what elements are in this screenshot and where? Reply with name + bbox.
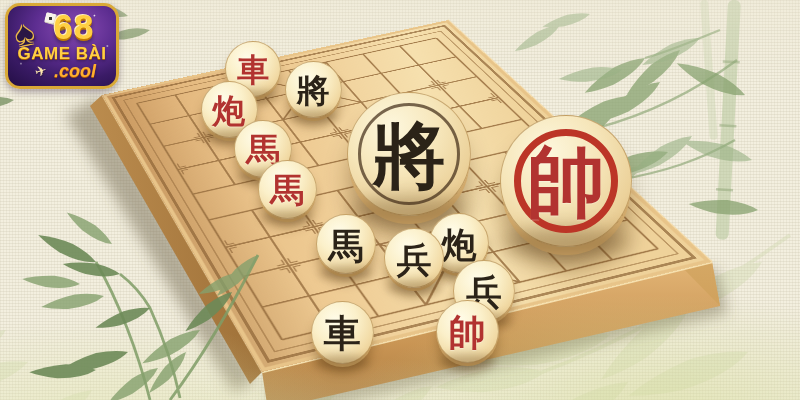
piece-glyph: 馬 (270, 173, 304, 207)
piece-featured-red-general[interactable]: 帥 (500, 115, 632, 247)
piece-black-general[interactable]: 將 (285, 61, 342, 118)
brand-number: 68 (32, 7, 116, 47)
paper-plane-icon: ✈ (33, 62, 49, 81)
piece-featured-black-general[interactable]: 將 (347, 92, 471, 216)
piece-glyph: 車 (324, 315, 361, 352)
piece-black-chariot[interactable]: 車 (311, 301, 374, 364)
piece-glyph: 炮 (213, 94, 246, 127)
piece-glyph: 將 (373, 119, 446, 192)
piece-glyph: 帥 (449, 314, 486, 351)
piece-glyph: 將 (297, 74, 330, 107)
piece-glyph: 帥 (527, 143, 605, 221)
pieces-layer: 車將炮馬馬馬兵炮兵車帥將帥 (0, 0, 800, 400)
brand-logo[interactable]: ♠ 68 GAME BÀI ✈ .cool (5, 3, 119, 89)
piece-black-horse[interactable]: 馬 (316, 214, 376, 274)
piece-glyph: 炮 (442, 227, 477, 262)
piece-black-soldier[interactable]: 兵 (384, 228, 444, 288)
piece-red-general[interactable]: 帥 (436, 300, 499, 363)
piece-glyph: 馬 (329, 228, 364, 263)
brand-suffix: .cool (54, 61, 96, 82)
piece-glyph: 車 (237, 54, 269, 86)
piece-glyph: 兵 (397, 242, 432, 277)
piece-red-horse-2[interactable]: 馬 (258, 160, 317, 219)
scene: 車將炮馬馬馬兵炮兵車帥將帥 ♠ 68 GAME BÀI ✈ .cool (0, 0, 800, 400)
